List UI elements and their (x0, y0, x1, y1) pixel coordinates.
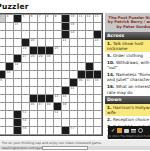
grid-cell-11-13[interactable] (86, 103, 93, 110)
cell-number: 18 (71, 31, 75, 34)
grid-cell-12-4 (14, 111, 21, 118)
grid-cell-11-3[interactable] (6, 103, 13, 110)
grid-cell-5-4 (14, 55, 21, 62)
grid-cell-12-14[interactable] (94, 111, 101, 118)
cell-number: 16 (71, 23, 75, 26)
cell-number: 41 (71, 87, 75, 90)
grid-cell-9-6[interactable] (30, 87, 37, 94)
grid-cell-2-9[interactable] (54, 31, 61, 38)
cell-number: 36 (79, 79, 83, 82)
grid-cell-8-3[interactable] (6, 79, 13, 86)
grid-cell-11-6[interactable]: 46 (30, 103, 37, 110)
grid-cell-3-4[interactable] (14, 39, 21, 46)
grid-cell-3-3[interactable] (6, 39, 13, 46)
grid-cell-11-7[interactable]: 47 (38, 103, 45, 110)
grid-cell-1-5[interactable] (22, 23, 29, 30)
cell-number: 43 (55, 95, 59, 98)
grid-cell-13-9[interactable] (54, 119, 61, 126)
grid-cell-5-9[interactable] (54, 55, 61, 62)
cell-number: 11 (79, 15, 83, 18)
grid-cell-8-7[interactable] (38, 79, 45, 86)
clue-item-1[interactable]: 1. Harrison's Hollywood wife (105, 104, 150, 116)
grid-cell-13-3[interactable] (6, 119, 13, 126)
grid-cell-13-8[interactable] (46, 119, 53, 126)
grid-cell-6-10[interactable] (62, 63, 69, 70)
grid-cell-7-7[interactable] (38, 71, 45, 78)
grid-cell-12-6[interactable] (30, 111, 37, 118)
grid-cell-7-9[interactable] (54, 71, 61, 78)
grid-cell-7-8[interactable] (46, 71, 53, 78)
grid-cell-4-8 (46, 47, 53, 54)
check-answers-icon[interactable]: ✓ (111, 128, 115, 133)
grid-cell-6-3 (6, 63, 13, 70)
grid-cell-1-2[interactable] (0, 23, 5, 30)
cell-number: 10 (71, 15, 75, 18)
grid-cell-5-12[interactable] (78, 55, 85, 62)
grid-cell-1-9[interactable] (54, 23, 61, 30)
grid-cell-8-2[interactable]: 35 (0, 79, 5, 86)
grid-cell-1-4[interactable]: 15 (14, 23, 21, 30)
grid-cell-8-11 (70, 79, 77, 86)
cell-number: 24 (23, 47, 27, 50)
grid-cell-6-5[interactable] (22, 63, 29, 70)
grid-cell-11-4[interactable] (14, 103, 21, 110)
clue-item-14[interactable]: 14. Nameless "Romeo and Juliet" characte… (105, 71, 150, 83)
grid-cell-8-10[interactable] (62, 79, 69, 86)
grid-cell-4-9[interactable]: 25 (54, 47, 61, 54)
cell-number: 27 (23, 55, 27, 58)
grid-cell-0-7[interactable]: 7 (38, 15, 45, 22)
grid-cell-5-10[interactable] (62, 55, 69, 62)
grid-cell-6-14[interactable] (94, 63, 101, 70)
grid-cell-0-6[interactable]: 6 (30, 15, 37, 22)
grid-cell-1-6[interactable] (30, 23, 37, 30)
cell-number: 7 (39, 15, 41, 18)
clue-item-16[interactable]: 16. What an interest rate may do (105, 83, 150, 95)
grid-cell-11-10[interactable]: 49 (62, 103, 69, 110)
grid-cell-5-6[interactable]: 28 (30, 55, 37, 62)
cell-number: 30 (47, 55, 51, 58)
grid-cell-1-12[interactable] (78, 23, 85, 30)
grid-cell-8-6[interactable] (30, 79, 37, 86)
grid-cell-1-14[interactable] (94, 23, 101, 30)
grid-cell-13-13[interactable] (86, 119, 93, 126)
grid-cell-13-12[interactable] (78, 119, 85, 126)
grid-cell-13-14[interactable] (94, 119, 101, 126)
cell-number: 48 (47, 103, 51, 106)
grid-cell-0-5[interactable]: 5 (22, 15, 29, 22)
grid-cell-1-8[interactable] (46, 23, 53, 30)
grid-cell-5-2[interactable] (0, 55, 5, 62)
grid-cell-12-9[interactable]: 52 (54, 111, 61, 118)
grid-cell-14-3[interactable] (6, 127, 13, 134)
cell-number: 20 (31, 39, 35, 42)
grid-cell-3-11[interactable] (70, 39, 77, 46)
grid-cell-0-10 (62, 15, 69, 22)
down-header: Down (105, 96, 150, 104)
grid-cell-12-11[interactable] (70, 111, 77, 118)
grid-cell-1-7[interactable] (38, 23, 45, 30)
grid-cell-7-12 (78, 71, 85, 78)
footer-url-bar: washingtonpost.com/games/post-puzzler (0, 146, 150, 151)
grid-cell-11-2[interactable] (0, 103, 5, 110)
crossword-applet-page: The Post Puzzler 12345678910111213141516… (0, 0, 150, 150)
grid-cell-8-14[interactable]: 38 (94, 79, 101, 86)
grid-cell-10-14[interactable] (94, 95, 101, 102)
grid-cell-4-2[interactable] (0, 47, 5, 54)
grid-cell-3-14[interactable]: 22 (94, 39, 101, 46)
grid-cell-6-4[interactable]: 32 (14, 63, 21, 70)
grid-cell-14-4 (14, 127, 21, 134)
grid-cell-13-11[interactable] (70, 119, 77, 126)
cell-number: 46 (31, 103, 35, 106)
cell-number: 29 (39, 55, 43, 58)
cell-number: 13 (95, 15, 99, 18)
grid-cell-4-7 (38, 47, 45, 54)
grid-cell-12-13[interactable] (86, 111, 93, 118)
clue-item-10[interactable]: 10. Withdraws, with "out" (105, 59, 150, 71)
grid-cell-5-7[interactable]: 29 (38, 55, 45, 62)
grid-cell-9-2[interactable] (0, 87, 5, 94)
grid-cell-3-13[interactable] (86, 39, 93, 46)
grid-cell-2-4[interactable] (14, 31, 21, 38)
grid-cell-14-10 (62, 127, 69, 134)
grid-cell-10-8 (46, 95, 53, 102)
grid-cell-10-2[interactable] (0, 95, 5, 102)
grid-cell-9-14[interactable] (94, 87, 101, 94)
grid-cell-0-12[interactable]: 11 (78, 15, 85, 22)
grid-cell-0-8[interactable]: 8 (46, 15, 53, 22)
grid-cell-0-9[interactable]: 9 (54, 15, 61, 22)
grid-cell-10-7 (38, 95, 45, 102)
grid-cell-9-7[interactable] (38, 87, 45, 94)
grid-cell-4-13[interactable] (86, 47, 93, 54)
grid-cell-5-13[interactable] (86, 55, 93, 62)
grid-cell-9-4[interactable] (14, 87, 21, 94)
grid-cell-2-14 (94, 31, 101, 38)
cell-number: 38 (95, 79, 99, 82)
grid-cell-9-10 (62, 87, 69, 94)
cell-number: 4 (7, 15, 9, 18)
grid-cell-1-3[interactable] (6, 23, 13, 30)
grid-cell-14-12[interactable] (78, 127, 85, 134)
grid-cell-6-11[interactable] (70, 63, 77, 70)
cell-number: 6 (31, 15, 33, 18)
grid-cell-2-5[interactable] (22, 31, 29, 38)
erase-icon[interactable] (131, 129, 136, 133)
grid-cell-7-4[interactable] (14, 71, 21, 78)
grid-cell-14-2[interactable] (0, 127, 5, 134)
grid-cell-8-12[interactable]: 36 (78, 79, 85, 86)
grid-cell-10-5[interactable] (22, 95, 29, 102)
cell-number: 51 (23, 111, 27, 114)
grid-cell-1-11[interactable]: 16 (70, 23, 77, 30)
grid-cell-7-10[interactable] (62, 71, 69, 78)
grid-cell-14-14[interactable] (94, 127, 101, 134)
grid-cell-7-14 (94, 71, 101, 78)
cell-number: 49 (63, 103, 67, 106)
across-clue-list: 1. Talk show host nickname5. Order cloth… (105, 40, 150, 96)
grid-cell-10-11[interactable] (70, 95, 77, 102)
cell-number: 8 (47, 15, 49, 18)
clue-item-5[interactable]: 5. Order clothing (105, 52, 150, 59)
grid-cell-14-8[interactable] (46, 127, 53, 134)
grid-cell-6-6[interactable] (30, 63, 37, 70)
grid-cell-3-8[interactable] (46, 39, 53, 46)
grid-cell-0-3[interactable]: 4 (6, 15, 13, 22)
puzzle-info-byline: by Patrick Berry / edited by Peter Gordo… (107, 20, 150, 29)
grid-cell-8-13[interactable]: 37 (86, 79, 93, 86)
grid-cell-3-2[interactable] (0, 39, 5, 46)
grid-cell-2-13[interactable] (86, 31, 93, 38)
grid-cell-12-5[interactable]: 51 (22, 111, 29, 118)
grid-cell-10-12[interactable] (78, 95, 85, 102)
cell-number: 5 (23, 15, 25, 18)
grid-cell-6-13 (86, 63, 93, 70)
grid-cell-10-9[interactable]: 43 (54, 95, 61, 102)
grid-cell-9-3[interactable] (6, 87, 13, 94)
grid-cell-14-6[interactable] (30, 127, 37, 134)
grid-cell-4-3[interactable] (6, 47, 13, 54)
grid-cell-4-10[interactable] (62, 47, 69, 54)
grid-cell-1-10 (62, 23, 69, 30)
puzzle-info-box: The Post Puzzler No. 56 by Patrick Berry… (105, 13, 150, 32)
cell-number: 44 (63, 95, 67, 98)
grid-cell-2-2[interactable] (0, 31, 5, 38)
grid-cell-3-7[interactable] (38, 39, 45, 46)
cell-number: 57 (71, 127, 75, 130)
grid-cell-6-12[interactable] (78, 63, 85, 70)
page-footer: Put on your thinking cap and enjoy our v… (0, 140, 150, 150)
grid-cell-14-9[interactable] (54, 127, 61, 134)
grid-cell-13-2[interactable] (0, 119, 5, 126)
grid-cell-8-8[interactable] (46, 79, 53, 86)
grid-cell-7-2 (0, 71, 5, 78)
grid-cell-5-3[interactable] (6, 55, 13, 62)
grid-cell-4-4[interactable] (14, 47, 21, 54)
grid-cell-2-8[interactable] (46, 31, 53, 38)
grid-cell-10-10[interactable]: 44 (62, 95, 69, 102)
grid-cell-11-8[interactable]: 48 (46, 103, 53, 110)
cell-number: 28 (31, 55, 35, 58)
grid-cell-9-12[interactable] (78, 87, 85, 94)
grid-cell-14-13[interactable] (86, 127, 93, 134)
cell-number: 56 (23, 127, 27, 130)
grid-cell-6-2[interactable] (0, 63, 5, 70)
grid-cell-5-14[interactable] (94, 55, 101, 62)
grid-cell-7-11[interactable] (70, 71, 77, 78)
grid-cell-1-13[interactable] (86, 23, 93, 30)
grid-cell-8-4[interactable] (14, 79, 21, 86)
grid-cell-3-9[interactable] (54, 39, 61, 46)
grid-cell-0-11[interactable]: 10 (70, 15, 77, 22)
clue-panel: The Post Puzzler No. 56 by Patrick Berry… (105, 13, 150, 140)
grid-cell-6-8[interactable] (46, 63, 53, 70)
grid-cell-2-3[interactable] (6, 31, 13, 38)
clue-item-2[interactable]: 2. Reception choice (105, 116, 150, 123)
grid-cell-4-12[interactable] (78, 47, 85, 54)
grid-cell-9-8[interactable] (46, 87, 53, 94)
footer-text-input[interactable] (42, 146, 88, 149)
grid-cell-14-11[interactable]: 57 (70, 127, 77, 134)
grid-cell-7-6[interactable] (30, 71, 37, 78)
cell-number: 12 (87, 15, 91, 18)
grid-cell-4-14[interactable] (94, 47, 101, 54)
grid-cell-5-5[interactable]: 27 (22, 55, 29, 62)
cell-number: 25 (55, 47, 59, 50)
grid-cell-0-4 (14, 15, 21, 22)
grid-cell-12-7[interactable] (38, 111, 45, 118)
grid-cell-12-2[interactable] (0, 111, 5, 118)
copyright-text: © 2011 The Washington Post (108, 134, 150, 138)
grid-cell-13-10[interactable] (62, 119, 69, 126)
grid-cell-12-12[interactable] (78, 111, 85, 118)
print-icon[interactable] (124, 129, 129, 133)
grid-cell-5-8[interactable]: 30 (46, 55, 53, 62)
grid-cell-14-7[interactable] (38, 127, 45, 134)
cell-number: 22 (95, 39, 99, 42)
grid-cell-4-6 (30, 47, 37, 54)
grid-cell-2-11[interactable]: 18 (70, 31, 77, 38)
grid-cell-0-2[interactable]: 3 (0, 15, 5, 22)
crossword-grid[interactable]: 1234567891011121314151617181920212223242… (0, 13, 103, 136)
cell-number: 21 (63, 39, 67, 42)
grid-cell-3-5 (22, 39, 29, 46)
grid-cell-0-13[interactable]: 12 (86, 15, 93, 22)
grid-cell-0-14[interactable]: 13 (94, 15, 101, 22)
clue-item-1[interactable]: 1. Talk show host nickname (105, 40, 150, 52)
grid-cell-10-6 (30, 95, 37, 102)
cell-number: 33 (7, 71, 11, 74)
grid-cell-12-10[interactable] (62, 111, 69, 118)
grid-cell-4-11[interactable] (70, 47, 77, 54)
grid-cell-4-5[interactable]: 24 (22, 47, 29, 54)
grid-cell-7-3[interactable]: 33 (6, 71, 13, 78)
grid-cell-13-6[interactable] (30, 119, 37, 126)
grid-cell-12-8[interactable] (46, 111, 53, 118)
grid-cell-9-9[interactable] (54, 87, 61, 94)
grid-cell-2-7[interactable] (38, 31, 45, 38)
grid-cell-11-12[interactable] (78, 103, 85, 110)
cell-number: 9 (55, 15, 57, 18)
grid-cell-9-13[interactable] (86, 87, 93, 94)
grid-cell-3-10[interactable]: 21 (62, 39, 69, 46)
grid-cell-9-11[interactable]: 41 (70, 87, 77, 94)
cell-number: 47 (39, 103, 43, 106)
grid-cell-7-13 (86, 71, 93, 78)
grid-cell-3-12[interactable] (78, 39, 85, 46)
cell-number: 52 (55, 111, 59, 114)
cell-number: 32 (15, 63, 19, 66)
grid-cell-9-5[interactable] (22, 87, 29, 94)
save-icon[interactable] (117, 128, 122, 133)
grid-cell-5-11[interactable] (70, 55, 77, 62)
grid-cell-3-6[interactable]: 20 (30, 39, 37, 46)
grid-cell-8-5[interactable] (22, 79, 29, 86)
page-title: The Post Puzzler (0, 2, 29, 11)
puzzle-toolbar: ✓ © 2011 The Washington Post (108, 126, 150, 139)
grid-cell-2-10 (62, 31, 69, 38)
grid-cell-6-9[interactable] (54, 63, 61, 70)
grid-cell-13-4 (14, 119, 21, 126)
grid-cell-14-5[interactable]: 56 (22, 127, 29, 134)
grid-cell-11-11[interactable] (70, 103, 77, 110)
grid-cell-11-14[interactable] (94, 103, 101, 110)
cell-number: 37 (87, 79, 91, 82)
cell-number: 35 (0, 79, 2, 82)
grid-cell-11-9 (54, 103, 61, 110)
grid-cell-11-5[interactable] (22, 103, 29, 110)
grid-cell-7-5[interactable] (22, 71, 29, 78)
grid-cell-12-3[interactable] (6, 111, 13, 118)
grid-cell-8-9[interactable] (54, 79, 61, 86)
footer-caption: Put on your thinking cap and enjoy our v… (0, 140, 150, 145)
across-header: Across (105, 32, 150, 40)
grid-cell-13-5[interactable]: 54 (22, 119, 29, 126)
grid-cell-10-4[interactable] (14, 95, 21, 102)
settings-gear-icon[interactable] (138, 128, 144, 134)
grid-cell-2-12[interactable] (78, 31, 85, 38)
toolbar-icons: ✓ (108, 126, 150, 134)
grid-cell-6-7[interactable] (38, 63, 45, 70)
grid-cell-2-6[interactable] (30, 31, 37, 38)
grid-cell-13-7[interactable] (38, 119, 45, 126)
grid-cell-10-13[interactable] (86, 95, 93, 102)
cell-number: 54 (23, 119, 27, 122)
grid-cell-10-3[interactable] (6, 95, 13, 102)
cell-number: 15 (15, 23, 19, 26)
